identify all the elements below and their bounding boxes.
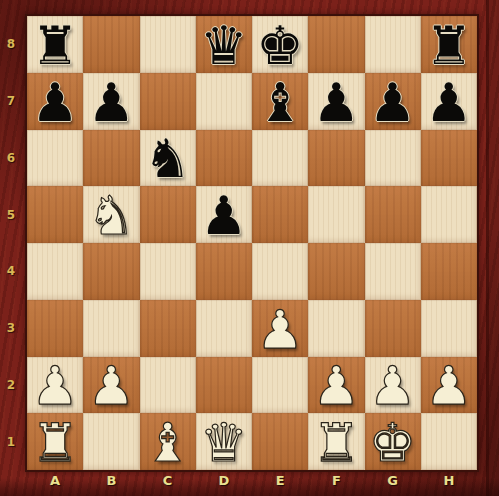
square-g7[interactable]: ♟ [365,73,421,130]
rank-label-4: 4 [0,243,22,300]
square-b7[interactable]: ♟ [83,73,139,130]
square-c4[interactable] [140,243,196,300]
file-label-e: E [252,471,308,490]
square-b4[interactable] [83,243,139,300]
square-g6[interactable] [365,130,421,187]
square-e2[interactable] [252,357,308,414]
rank-label-6: 6 [0,130,22,187]
board-frame: 87654321 ♜♛♚♜♟♟♝♟♟♟♞♞♟♟♟♟♟♟♟♜♝♛♜♚ ABCDEF… [0,0,499,496]
black-king[interactable]: ♚ [256,19,304,72]
black-pawn[interactable]: ♟ [313,76,361,129]
white-pawn[interactable]: ♟ [256,303,304,356]
square-e4[interactable] [252,243,308,300]
white-rook[interactable]: ♜ [31,416,79,469]
square-f2[interactable]: ♟ [308,357,364,414]
black-pawn[interactable]: ♟ [369,76,417,129]
square-a4[interactable] [27,243,83,300]
rank-label-3: 3 [0,300,22,357]
square-b5[interactable]: ♞ [83,186,139,243]
square-b6[interactable] [83,130,139,187]
square-h6[interactable] [421,130,477,187]
white-rook[interactable]: ♜ [313,416,361,469]
square-a3[interactable] [27,300,83,357]
square-f3[interactable] [308,300,364,357]
square-a1[interactable]: ♜ [27,413,83,470]
black-pawn[interactable]: ♟ [31,76,79,129]
chess-board: ♜♛♚♜♟♟♝♟♟♟♞♞♟♟♟♟♟♟♟♜♝♛♜♚ [27,16,477,470]
square-d1[interactable]: ♛ [196,413,252,470]
square-b2[interactable]: ♟ [83,357,139,414]
black-queen[interactable]: ♛ [200,19,248,72]
rank-label-1: 1 [0,413,22,470]
file-label-h: H [421,471,477,490]
white-pawn[interactable]: ♟ [313,359,361,412]
square-h8[interactable]: ♜ [421,16,477,73]
square-f7[interactable]: ♟ [308,73,364,130]
square-g3[interactable] [365,300,421,357]
square-g5[interactable] [365,186,421,243]
black-pawn[interactable]: ♟ [88,76,136,129]
square-h1[interactable] [421,413,477,470]
black-pawn[interactable]: ♟ [425,76,473,129]
square-b1[interactable] [83,413,139,470]
white-pawn[interactable]: ♟ [369,359,417,412]
rank-label-8: 8 [0,16,22,73]
rank-labels: 87654321 [0,16,22,470]
square-g8[interactable] [365,16,421,73]
black-knight[interactable]: ♞ [144,132,192,185]
square-h2[interactable]: ♟ [421,357,477,414]
square-c7[interactable] [140,73,196,130]
rank-label-5: 5 [0,186,22,243]
square-f6[interactable] [308,130,364,187]
black-rook[interactable]: ♜ [425,19,473,72]
square-a5[interactable] [27,186,83,243]
file-label-a: A [27,471,83,490]
black-bishop[interactable]: ♝ [256,76,304,129]
square-g4[interactable] [365,243,421,300]
rank-label-2: 2 [0,357,22,414]
rank-label-7: 7 [0,73,22,130]
square-e5[interactable] [252,186,308,243]
square-h7[interactable]: ♟ [421,73,477,130]
square-b8[interactable] [83,16,139,73]
square-a6[interactable] [27,130,83,187]
square-f4[interactable] [308,243,364,300]
file-label-d: D [196,471,252,490]
square-a2[interactable]: ♟ [27,357,83,414]
white-king[interactable]: ♚ [369,416,417,469]
square-f5[interactable] [308,186,364,243]
file-label-f: F [308,471,364,490]
square-c2[interactable] [140,357,196,414]
square-d2[interactable] [196,357,252,414]
square-e7[interactable]: ♝ [252,73,308,130]
square-c5[interactable] [140,186,196,243]
white-pawn[interactable]: ♟ [425,359,473,412]
white-pawn[interactable]: ♟ [31,359,79,412]
square-a7[interactable]: ♟ [27,73,83,130]
square-d3[interactable] [196,300,252,357]
square-h4[interactable] [421,243,477,300]
white-knight[interactable]: ♞ [88,189,136,242]
black-rook[interactable]: ♜ [31,19,79,72]
file-label-c: C [140,471,196,490]
square-c8[interactable] [140,16,196,73]
square-e3[interactable]: ♟ [252,300,308,357]
square-e8[interactable]: ♚ [252,16,308,73]
white-pawn[interactable]: ♟ [88,359,136,412]
square-g2[interactable]: ♟ [365,357,421,414]
square-g1[interactable]: ♚ [365,413,421,470]
square-c3[interactable] [140,300,196,357]
square-d4[interactable] [196,243,252,300]
black-pawn[interactable]: ♟ [200,189,248,242]
square-d5[interactable]: ♟ [196,186,252,243]
square-e6[interactable] [252,130,308,187]
square-e1[interactable] [252,413,308,470]
square-f1[interactable]: ♜ [308,413,364,470]
square-h3[interactable] [421,300,477,357]
white-queen[interactable]: ♛ [200,416,248,469]
file-label-b: B [83,471,139,490]
square-f8[interactable] [308,16,364,73]
square-d8[interactable]: ♛ [196,16,252,73]
file-label-g: G [365,471,421,490]
square-b3[interactable] [83,300,139,357]
square-d7[interactable] [196,73,252,130]
square-d6[interactable] [196,130,252,187]
white-bishop[interactable]: ♝ [144,416,192,469]
square-c6[interactable]: ♞ [140,130,196,187]
square-a8[interactable]: ♜ [27,16,83,73]
file-labels: ABCDEFGH [27,471,477,490]
square-c1[interactable]: ♝ [140,413,196,470]
square-h5[interactable] [421,186,477,243]
